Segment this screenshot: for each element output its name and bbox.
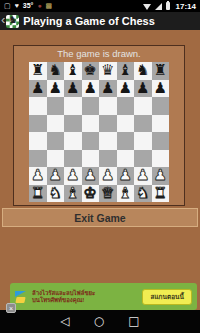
square-r2c6[interactable]: ♟: [117, 80, 135, 98]
phone-screen: ▢ ♥ 35° ● ▩ 17:14 ‹ ♞ Playing a Game of …: [0, 0, 200, 333]
square-r3c3[interactable]: [64, 97, 82, 115]
square-r4c4[interactable]: [82, 115, 100, 133]
square-r8c4[interactable]: ♚: [82, 185, 100, 203]
ad-cta-button[interactable]: สแกนตอนนี้: [142, 289, 192, 305]
ad-banner[interactable]: ล้างไวรัสและลบไฟล์ขยะ บนโทรศัพท์ของคุณ! …: [10, 283, 197, 310]
square-r3c1[interactable]: [29, 97, 47, 115]
square-r6c8[interactable]: [152, 150, 170, 168]
notification-app-icon: ●: [37, 0, 41, 12]
black-pawn: ♟: [84, 80, 97, 98]
white-pawn: ♟: [101, 167, 114, 185]
square-r7c6[interactable]: ♟: [117, 167, 135, 185]
square-r7c5[interactable]: ♟: [99, 167, 117, 185]
clock-time: 17:14: [176, 2, 196, 11]
square-r5c5[interactable]: [99, 132, 117, 150]
square-r1c3[interactable]: ♝: [64, 62, 82, 80]
square-r7c1[interactable]: ♟: [29, 167, 47, 185]
chess-board: ♜♞♝♚♛♝♞♜♟♟♟♟♟♟♟♟♟♟♟♟♟♟♟♟♜♞♝♚♛♝♞♜: [29, 62, 169, 202]
square-r5c8[interactable]: [152, 132, 170, 150]
white-pawn: ♟: [136, 167, 149, 185]
black-queen: ♛: [101, 62, 114, 80]
white-bishop: ♝: [66, 185, 79, 203]
nav-back-icon[interactable]: ◁: [60, 310, 69, 333]
square-r5c7[interactable]: [134, 132, 152, 150]
square-r7c7[interactable]: ♟: [134, 167, 152, 185]
square-r6c1[interactable]: [29, 150, 47, 168]
black-pawn: ♟: [136, 80, 149, 98]
square-r1c4[interactable]: ♚: [82, 62, 100, 80]
square-r8c1[interactable]: ♜: [29, 185, 47, 203]
white-king: ♚: [84, 185, 97, 203]
app-title: Playing a Game of Chess: [23, 15, 154, 27]
app-chessboard-icon: ♞: [6, 15, 19, 28]
square-r4c7[interactable]: [134, 115, 152, 133]
ad-text-line1: ล้างไวรัสและลบไฟล์ขยะ: [32, 290, 95, 297]
square-r5c2[interactable]: [47, 132, 65, 150]
square-r8c6[interactable]: ♝: [117, 185, 135, 203]
back-chevron-icon[interactable]: ‹: [1, 12, 5, 28]
square-r1c7[interactable]: ♞: [134, 62, 152, 80]
black-knight: ♞: [49, 62, 62, 80]
square-r6c4[interactable]: [82, 150, 100, 168]
white-knight: ♞: [136, 185, 149, 203]
square-r8c3[interactable]: ♝: [64, 185, 82, 203]
square-r4c8[interactable]: [152, 115, 170, 133]
black-rook: ♜: [31, 62, 44, 80]
white-pawn: ♟: [119, 167, 132, 185]
square-r1c5[interactable]: ♛: [99, 62, 117, 80]
white-rook: ♜: [154, 185, 167, 203]
notification-heart-icon: ♥: [15, 0, 19, 12]
square-r3c6[interactable]: [117, 97, 135, 115]
ad-logo-icon: [15, 290, 28, 303]
square-r8c8[interactable]: ♜: [152, 185, 170, 203]
white-queen: ♛: [101, 185, 114, 203]
black-pawn: ♟: [154, 80, 167, 98]
weather-temperature: 35°: [23, 0, 34, 12]
status-bar: ▢ ♥ 35° ● ▩ 17:14: [0, 0, 200, 12]
square-r6c3[interactable]: [64, 150, 82, 168]
square-r4c6[interactable]: [117, 115, 135, 133]
white-pawn: ♟: [84, 167, 97, 185]
square-r4c3[interactable]: [64, 115, 82, 133]
square-r1c2[interactable]: ♞: [47, 62, 65, 80]
white-knight: ♞: [49, 185, 62, 203]
nav-home-icon[interactable]: ○: [94, 310, 104, 333]
notification-square-icon: ▢: [4, 0, 11, 12]
square-r2c5[interactable]: ♟: [99, 80, 117, 98]
square-r5c3[interactable]: [64, 132, 82, 150]
square-r8c7[interactable]: ♞: [134, 185, 152, 203]
wifi-icon: [143, 4, 151, 10]
square-r2c3[interactable]: ♟: [64, 80, 82, 98]
white-rook: ♜: [31, 185, 44, 203]
battery-icon: [166, 2, 170, 10]
black-pawn: ♟: [31, 80, 44, 98]
square-r7c2[interactable]: ♟: [47, 167, 65, 185]
black-knight: ♞: [136, 62, 149, 80]
app-bar: ‹ ♞ Playing a Game of Chess: [0, 12, 200, 30]
square-r7c4[interactable]: ♟: [82, 167, 100, 185]
square-r6c6[interactable]: [117, 150, 135, 168]
square-r4c1[interactable]: [29, 115, 47, 133]
square-r2c1[interactable]: ♟: [29, 80, 47, 98]
square-r6c5[interactable]: [99, 150, 117, 168]
black-king: ♚: [84, 62, 97, 80]
square-r2c8[interactable]: ♟: [152, 80, 170, 98]
white-pawn: ♟: [154, 167, 167, 185]
ad-text: ล้างไวรัสและลบไฟล์ขยะ บนโทรศัพท์ของคุณ!: [32, 290, 95, 304]
black-rook: ♜: [154, 62, 167, 80]
game-panel: The game is drawn. ♜♞♝♚♛♝♞♜♟♟♟♟♟♟♟♟♟♟♟♟♟…: [13, 45, 185, 206]
white-bishop: ♝: [119, 185, 132, 203]
square-r6c7[interactable]: [134, 150, 152, 168]
black-pawn: ♟: [49, 80, 62, 98]
square-r5c6[interactable]: [117, 132, 135, 150]
square-r7c8[interactable]: ♟: [152, 167, 170, 185]
nav-recents-icon[interactable]: □: [128, 310, 139, 333]
square-r3c7[interactable]: [134, 97, 152, 115]
white-pawn: ♟: [31, 167, 44, 185]
square-r5c1[interactable]: [29, 132, 47, 150]
square-r5c4[interactable]: [82, 132, 100, 150]
square-r3c4[interactable]: [82, 97, 100, 115]
white-pawn: ♟: [66, 167, 79, 185]
square-r8c2[interactable]: ♞: [47, 185, 65, 203]
game-status-message: The game is drawn.: [14, 48, 184, 61]
square-r3c2[interactable]: [47, 97, 65, 115]
square-r1c8[interactable]: ♜: [152, 62, 170, 80]
square-r4c2[interactable]: [47, 115, 65, 133]
square-r6c2[interactable]: [47, 150, 65, 168]
square-r3c5[interactable]: [99, 97, 117, 115]
square-r2c7[interactable]: ♟: [134, 80, 152, 98]
black-bishop: ♝: [66, 62, 79, 80]
square-r8c5[interactable]: ♛: [99, 185, 117, 203]
square-r4c5[interactable]: [99, 115, 117, 133]
square-r3c8[interactable]: [152, 97, 170, 115]
square-r7c3[interactable]: ♟: [64, 167, 82, 185]
black-pawn: ♟: [101, 80, 114, 98]
black-bishop: ♝: [119, 62, 132, 80]
cell-signal-icon: [155, 3, 162, 10]
square-r1c6[interactable]: ♝: [117, 62, 135, 80]
ad-close-button[interactable]: ×: [6, 303, 16, 313]
android-nav-bar: ◁ ○ □: [0, 310, 200, 333]
square-r2c4[interactable]: ♟: [82, 80, 100, 98]
black-pawn: ♟: [119, 80, 132, 98]
ad-text-line2: บนโทรศัพท์ของคุณ!: [32, 297, 95, 304]
exit-game-button[interactable]: Exit Game: [2, 208, 198, 227]
knight-icon: ♞: [8, 14, 17, 25]
black-pawn: ♟: [66, 80, 79, 98]
white-pawn: ♟: [49, 167, 62, 185]
square-r1c1[interactable]: ♜: [29, 62, 47, 80]
square-r2c2[interactable]: ♟: [47, 80, 65, 98]
notification-app2-icon: ▩: [46, 0, 53, 12]
